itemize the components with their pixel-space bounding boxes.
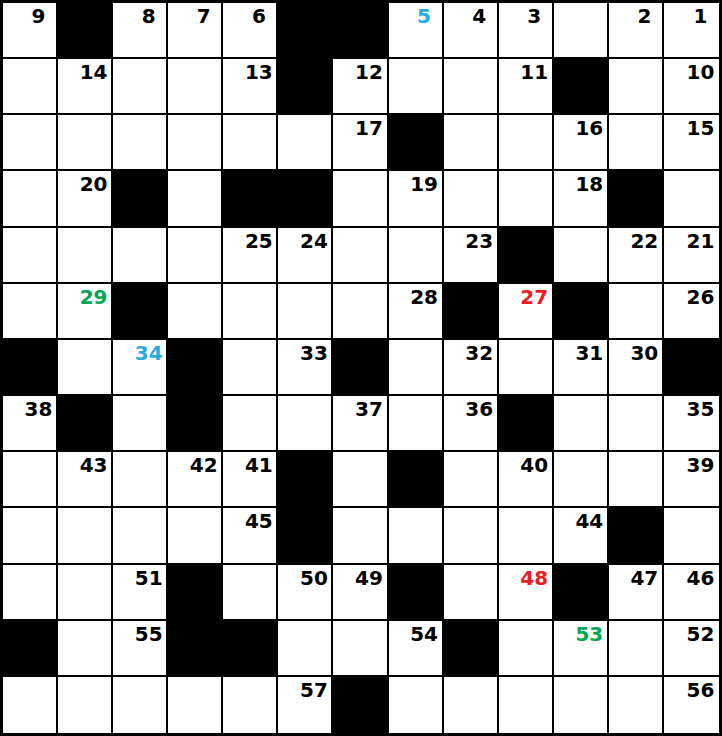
black-cell xyxy=(333,3,388,59)
white-cell[interactable] xyxy=(113,228,168,284)
white-cell[interactable] xyxy=(609,452,664,508)
black-cell xyxy=(3,621,58,677)
white-cell[interactable]: 36 xyxy=(444,396,499,452)
black-cell xyxy=(58,3,113,59)
black-cell xyxy=(278,3,333,59)
white-cell[interactable] xyxy=(333,452,388,508)
white-cell[interactable] xyxy=(333,621,388,677)
white-cell[interactable] xyxy=(58,228,113,284)
black-cell xyxy=(113,284,168,340)
white-cell[interactable]: 41 xyxy=(223,452,278,508)
clue-number: 39 xyxy=(673,455,722,475)
white-cell[interactable] xyxy=(278,396,333,452)
black-cell xyxy=(444,284,499,340)
black-cell xyxy=(333,340,388,396)
white-cell[interactable] xyxy=(499,171,554,227)
white-cell[interactable] xyxy=(554,396,609,452)
black-cell xyxy=(389,565,444,621)
clue-number: 10 xyxy=(673,62,722,82)
white-cell[interactable] xyxy=(444,452,499,508)
black-cell xyxy=(278,59,333,115)
black-cell xyxy=(609,171,664,227)
white-cell[interactable]: 32 xyxy=(444,340,499,396)
clue-number: 21 xyxy=(673,231,722,251)
black-cell xyxy=(278,171,333,227)
white-cell[interactable] xyxy=(444,171,499,227)
black-cell xyxy=(3,340,58,396)
black-cell xyxy=(278,452,333,508)
white-cell[interactable] xyxy=(444,508,499,564)
white-cell[interactable] xyxy=(3,59,58,115)
white-cell[interactable] xyxy=(58,508,113,564)
white-cell[interactable] xyxy=(3,565,58,621)
white-cell[interactable] xyxy=(113,508,168,564)
white-cell[interactable]: 52 xyxy=(664,621,719,677)
white-cell[interactable]: 48 xyxy=(499,565,554,621)
white-cell[interactable]: 17 xyxy=(333,115,388,171)
white-cell[interactable] xyxy=(664,171,719,227)
clue-number: 26 xyxy=(673,287,722,307)
black-cell xyxy=(168,340,223,396)
white-cell[interactable]: 1 xyxy=(664,3,719,59)
white-cell[interactable]: 27 xyxy=(499,284,554,340)
white-cell[interactable]: 14 xyxy=(58,59,113,115)
white-cell[interactable] xyxy=(278,115,333,171)
white-cell[interactable]: 51 xyxy=(113,565,168,621)
black-cell xyxy=(223,621,278,677)
white-cell[interactable] xyxy=(554,677,609,733)
white-cell[interactable] xyxy=(499,508,554,564)
white-cell[interactable]: 18 xyxy=(554,171,609,227)
white-cell[interactable]: 4 xyxy=(444,3,499,59)
clue-number: 15 xyxy=(673,118,722,138)
white-cell[interactable]: 44 xyxy=(554,508,609,564)
white-cell[interactable]: 56 xyxy=(664,677,719,733)
black-cell xyxy=(499,228,554,284)
clue-number: 56 xyxy=(673,680,722,700)
clue-number: 52 xyxy=(673,624,722,644)
white-cell[interactable] xyxy=(554,3,609,59)
white-cell[interactable] xyxy=(3,171,58,227)
white-cell[interactable]: 50 xyxy=(278,565,333,621)
white-cell[interactable] xyxy=(58,621,113,677)
white-cell[interactable] xyxy=(168,115,223,171)
white-cell[interactable] xyxy=(168,677,223,733)
white-cell[interactable] xyxy=(444,677,499,733)
black-cell xyxy=(58,396,113,452)
white-cell[interactable] xyxy=(554,228,609,284)
white-cell[interactable]: 16 xyxy=(554,115,609,171)
white-cell[interactable]: 24 xyxy=(278,228,333,284)
white-cell[interactable]: 33 xyxy=(278,340,333,396)
white-cell[interactable] xyxy=(554,452,609,508)
clue-number: 35 xyxy=(673,399,722,419)
white-cell[interactable] xyxy=(113,452,168,508)
white-cell[interactable] xyxy=(3,228,58,284)
black-cell xyxy=(168,396,223,452)
white-cell[interactable] xyxy=(609,677,664,733)
white-cell[interactable] xyxy=(609,59,664,115)
white-cell[interactable]: 43 xyxy=(58,452,113,508)
white-cell[interactable] xyxy=(389,340,444,396)
white-cell[interactable] xyxy=(223,340,278,396)
white-cell[interactable]: 37 xyxy=(333,396,388,452)
white-cell[interactable] xyxy=(664,508,719,564)
white-cell[interactable] xyxy=(3,452,58,508)
white-cell[interactable]: 55 xyxy=(113,621,168,677)
white-cell[interactable] xyxy=(3,677,58,733)
white-cell[interactable] xyxy=(58,677,113,733)
white-cell[interactable]: 7 xyxy=(168,3,223,59)
white-cell[interactable]: 11 xyxy=(499,59,554,115)
black-cell xyxy=(333,677,388,733)
white-cell[interactable]: 8 xyxy=(113,3,168,59)
white-cell[interactable] xyxy=(333,284,388,340)
white-cell[interactable]: 19 xyxy=(389,171,444,227)
white-cell[interactable] xyxy=(223,677,278,733)
white-cell[interactable] xyxy=(223,115,278,171)
white-cell[interactable]: 30 xyxy=(609,340,664,396)
white-cell[interactable]: 28 xyxy=(389,284,444,340)
white-cell[interactable] xyxy=(389,396,444,452)
white-cell[interactable]: 26 xyxy=(664,284,719,340)
black-cell xyxy=(554,59,609,115)
white-cell[interactable]: 57 xyxy=(278,677,333,733)
white-cell[interactable]: 9 xyxy=(3,3,58,59)
white-cell[interactable]: 49 xyxy=(333,565,388,621)
black-cell xyxy=(223,171,278,227)
white-cell[interactable]: 22 xyxy=(609,228,664,284)
white-cell[interactable]: 34 xyxy=(113,340,168,396)
black-cell xyxy=(499,396,554,452)
white-cell[interactable]: 45 xyxy=(223,508,278,564)
white-cell[interactable]: 13 xyxy=(223,59,278,115)
white-cell[interactable] xyxy=(499,340,554,396)
white-cell[interactable] xyxy=(333,508,388,564)
white-cell[interactable]: 54 xyxy=(389,621,444,677)
white-cell[interactable] xyxy=(609,396,664,452)
white-cell[interactable]: 21 xyxy=(664,228,719,284)
white-cell[interactable] xyxy=(3,508,58,564)
white-cell[interactable] xyxy=(609,284,664,340)
white-cell[interactable] xyxy=(168,228,223,284)
black-cell xyxy=(168,621,223,677)
white-cell[interactable] xyxy=(389,677,444,733)
white-cell[interactable] xyxy=(113,115,168,171)
white-cell[interactable] xyxy=(499,677,554,733)
black-cell xyxy=(278,508,333,564)
white-cell[interactable] xyxy=(58,565,113,621)
black-cell xyxy=(554,284,609,340)
white-cell[interactable] xyxy=(499,621,554,677)
white-cell[interactable]: 23 xyxy=(444,228,499,284)
white-cell[interactable]: 10 xyxy=(664,59,719,115)
white-cell[interactable] xyxy=(168,59,223,115)
black-cell xyxy=(609,508,664,564)
white-cell[interactable]: 39 xyxy=(664,452,719,508)
black-cell xyxy=(389,452,444,508)
black-cell xyxy=(168,565,223,621)
white-cell[interactable] xyxy=(113,677,168,733)
white-cell[interactable] xyxy=(609,115,664,171)
white-cell[interactable] xyxy=(168,508,223,564)
white-cell[interactable]: 53 xyxy=(554,621,609,677)
white-cell[interactable]: 12 xyxy=(333,59,388,115)
white-cell[interactable]: 3 xyxy=(499,3,554,59)
white-cell[interactable] xyxy=(333,228,388,284)
white-cell[interactable]: 25 xyxy=(223,228,278,284)
white-cell[interactable]: 20 xyxy=(58,171,113,227)
white-cell[interactable] xyxy=(499,115,554,171)
white-cell[interactable] xyxy=(389,59,444,115)
clue-number: 46 xyxy=(673,568,722,588)
white-cell[interactable]: 5 xyxy=(389,3,444,59)
white-cell[interactable] xyxy=(168,284,223,340)
black-cell xyxy=(113,171,168,227)
black-cell xyxy=(389,115,444,171)
clue-number: 1 xyxy=(673,6,722,26)
white-cell[interactable] xyxy=(278,284,333,340)
white-cell[interactable]: 46 xyxy=(664,565,719,621)
white-cell[interactable]: 40 xyxy=(499,452,554,508)
white-cell[interactable]: 31 xyxy=(554,340,609,396)
white-cell[interactable]: 38 xyxy=(3,396,58,452)
white-cell[interactable]: 47 xyxy=(609,565,664,621)
black-cell xyxy=(554,565,609,621)
white-cell[interactable]: 15 xyxy=(664,115,719,171)
white-cell[interactable] xyxy=(389,228,444,284)
black-cell xyxy=(664,340,719,396)
white-cell[interactable] xyxy=(444,565,499,621)
crossword-grid: 9876543211413121110171615201918252423222… xyxy=(0,0,722,736)
white-cell[interactable] xyxy=(3,284,58,340)
white-cell[interactable] xyxy=(609,621,664,677)
white-cell[interactable]: 29 xyxy=(58,284,113,340)
white-cell[interactable] xyxy=(58,115,113,171)
white-cell[interactable] xyxy=(113,396,168,452)
white-cell[interactable] xyxy=(168,171,223,227)
white-cell[interactable] xyxy=(389,508,444,564)
white-cell[interactable]: 42 xyxy=(168,452,223,508)
white-cell[interactable] xyxy=(223,565,278,621)
white-cell[interactable] xyxy=(223,396,278,452)
white-cell[interactable] xyxy=(278,621,333,677)
white-cell[interactable] xyxy=(333,171,388,227)
white-cell[interactable]: 6 xyxy=(223,3,278,59)
white-cell[interactable]: 35 xyxy=(664,396,719,452)
white-cell[interactable] xyxy=(113,59,168,115)
white-cell[interactable] xyxy=(223,284,278,340)
white-cell[interactable] xyxy=(444,59,499,115)
white-cell[interactable]: 2 xyxy=(609,3,664,59)
white-cell[interactable] xyxy=(58,340,113,396)
white-cell[interactable] xyxy=(3,115,58,171)
white-cell[interactable] xyxy=(444,115,499,171)
black-cell xyxy=(444,621,499,677)
